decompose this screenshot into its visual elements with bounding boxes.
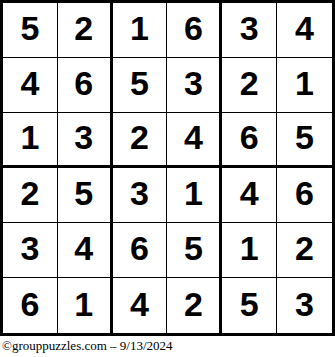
sudoku-grid: 521634465321132465253146346512614253: [0, 0, 335, 336]
sudoku-cell: 2: [58, 3, 113, 58]
sudoku-cell: 3: [3, 223, 58, 278]
sudoku-cell: 3: [113, 168, 168, 223]
sudoku-cell: 6: [222, 113, 277, 168]
sudoku-cell: 6: [58, 58, 113, 113]
sudoku-cell: 6: [3, 278, 58, 333]
sudoku-cell: 5: [58, 168, 113, 223]
sudoku-cell: 1: [3, 113, 58, 168]
sudoku-cell: 5: [222, 278, 277, 333]
sudoku-cell: 6: [277, 168, 332, 223]
sudoku-cell: 1: [113, 3, 168, 58]
sudoku-cell: 6: [113, 223, 168, 278]
sudoku-cell: 1: [222, 223, 277, 278]
sudoku-cell: 2: [222, 58, 277, 113]
sudoku-cell: 1: [167, 168, 222, 223]
sudoku-cell: 4: [58, 223, 113, 278]
copyright-credit: ©grouppuzzles.com – 9/13/2024: [2, 338, 173, 354]
sudoku-cell: 5: [113, 58, 168, 113]
sudoku-cell: 3: [222, 3, 277, 58]
sudoku-cell: 2: [3, 168, 58, 223]
sudoku-cell: 4: [277, 3, 332, 58]
sudoku-cell: 6: [167, 3, 222, 58]
sudoku-cell: 3: [167, 58, 222, 113]
sudoku-cell: 5: [3, 3, 58, 58]
sudoku-cell: 5: [277, 113, 332, 168]
sudoku-cell: 2: [277, 223, 332, 278]
sudoku-cell: 1: [277, 58, 332, 113]
sudoku-cell: 3: [58, 113, 113, 168]
sudoku-cell: 2: [167, 278, 222, 333]
sudoku-cell: 1: [58, 278, 113, 333]
sudoku-cell: 4: [3, 58, 58, 113]
sudoku-cell: 4: [113, 278, 168, 333]
sudoku-cell: 2: [113, 113, 168, 168]
sudoku-cell: 5: [167, 223, 222, 278]
sudoku-cell: 4: [167, 113, 222, 168]
sudoku-cell: 3: [277, 278, 332, 333]
sudoku-cell: 4: [222, 168, 277, 223]
